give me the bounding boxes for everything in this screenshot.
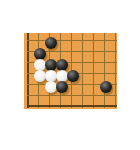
grid-line-horizontal bbox=[27, 95, 117, 96]
grid-line-vertical bbox=[115, 33, 116, 108]
screenshot-root bbox=[0, 0, 140, 150]
board-left-edge-line bbox=[27, 33, 29, 108]
black-stone bbox=[45, 37, 57, 49]
black-stone bbox=[56, 59, 68, 71]
go-board[interactable] bbox=[24, 33, 117, 109]
grid-line-horizontal bbox=[27, 40, 117, 41]
board-bottom-edge-line bbox=[27, 105, 117, 108]
black-stone bbox=[67, 70, 79, 82]
grid-line-vertical bbox=[82, 33, 83, 108]
black-stone bbox=[100, 81, 112, 93]
black-stone bbox=[56, 81, 68, 93]
black-stone bbox=[34, 48, 46, 60]
grid-line-vertical bbox=[93, 33, 94, 108]
grid-line-vertical bbox=[104, 33, 105, 108]
